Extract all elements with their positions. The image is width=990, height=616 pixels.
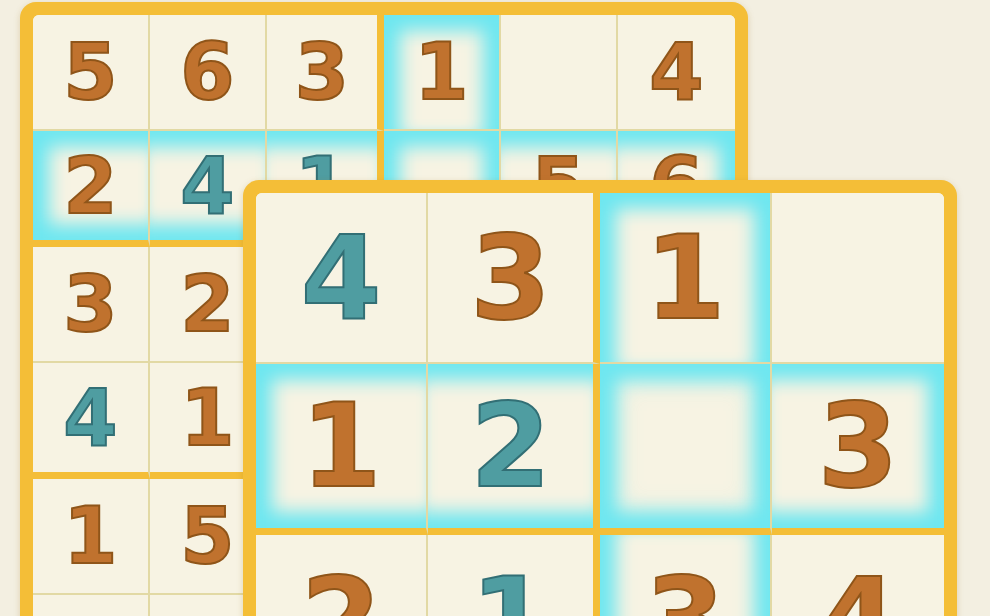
front-cell-r3c1[interactable]: 2 — [256, 535, 428, 616]
back-cell-r1c6[interactable]: 4 — [618, 15, 735, 131]
front-cell-r1c3[interactable]: 1 — [600, 193, 772, 364]
back-cell-r1c2[interactable]: 6 — [150, 15, 267, 131]
back-cell-r1c3[interactable]: 3 — [267, 15, 384, 131]
front-cell-r2c1[interactable]: 1 — [256, 364, 428, 535]
front-cell-r2c4[interactable]: 3 — [772, 364, 944, 535]
front-cell-r1c1[interactable]: 4 — [256, 193, 428, 364]
back-cell-r1c4[interactable]: 1 — [384, 15, 501, 131]
back-cell-r2c1[interactable]: 2 — [33, 131, 150, 247]
front-cell-r3c2[interactable]: 1 — [428, 535, 600, 616]
front-cell-r1c4[interactable] — [772, 193, 944, 364]
front-cell-r3c4[interactable]: 4 — [772, 535, 944, 616]
back-cell-r3c1[interactable]: 3 — [33, 247, 150, 363]
back-cell-r1c1[interactable]: 5 — [33, 15, 150, 131]
front-cell-r1c2[interactable]: 3 — [428, 193, 600, 364]
back-cell-r6c1[interactable] — [33, 595, 150, 616]
back-cell-r1c5[interactable] — [501, 15, 618, 131]
back-cell-r4c1[interactable]: 4 — [33, 363, 150, 479]
app-background: 5631424156324115 4311232134 — [0, 0, 990, 616]
front-board-grid: 4311232134 — [256, 193, 944, 616]
front-board-4x4: 4311232134 — [243, 180, 957, 616]
front-cell-r2c2[interactable]: 2 — [428, 364, 600, 535]
front-cell-r2c3[interactable] — [600, 364, 772, 535]
back-cell-r5c1[interactable]: 1 — [33, 479, 150, 595]
front-cell-r3c3[interactable]: 3 — [600, 535, 772, 616]
